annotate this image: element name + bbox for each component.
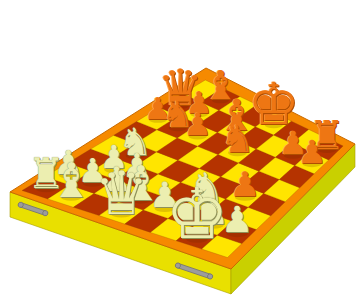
piece-shadow-b3 [104,166,123,173]
piece-shadow-g1 [186,235,208,243]
piece-shadow-e8 [265,122,283,128]
piece-shadow-h2 [226,230,248,238]
piece-shadow-h8 [318,146,337,153]
piece-shadow-b7 [190,111,208,117]
chess-board [0,0,360,300]
piece-shadow-c2 [107,188,127,195]
piece-shadow-b8 [212,97,229,103]
piece-shadow-d2 [130,196,150,203]
chess-set-illustration: ♝♛♟♟♚♞♝♟♜♞♟♞♟♟♟♟♟♜♟♝♟♝♞♟♛♟♟♚ [0,0,360,300]
piece-shadow-a1 [36,185,56,192]
piece-shadow-a6 [149,116,167,122]
piece-shadow-a7 [172,103,189,109]
piece-shadow-d1 [111,210,132,217]
piece-shadow-c3 [127,174,147,181]
piece-shadow-b4 [126,152,145,159]
piece-shadow-g7 [284,152,303,159]
piece-shadow-e6 [228,149,247,156]
piece-shadow-f3 [196,199,217,206]
piece-shadow-g4 [235,194,255,201]
piece-shadow-c6 [188,133,206,140]
piece-shadow-h7 [302,160,321,167]
piece-shadow-g2 [202,221,223,229]
piece-shadow-a2 [59,171,79,178]
piece-shadow-e2 [154,205,175,212]
piece-shadow-b6 [169,125,187,131]
piece-shadow-b1 [61,194,81,201]
piece-shadow-b2 [83,180,103,187]
piece-shadow-d7 [228,127,246,133]
